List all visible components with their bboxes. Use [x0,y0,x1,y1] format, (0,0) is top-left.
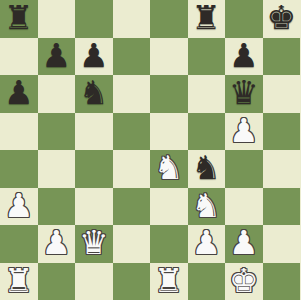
black-queen-piece[interactable]: ♛ [225,75,263,112]
black-king-piece[interactable]: ♚ [263,0,301,37]
square-g1[interactable]: ♚ [225,263,263,300]
black-pawn-piece[interactable]: ♟ [0,75,38,112]
square-b6[interactable] [38,75,76,113]
square-h6[interactable] [263,75,301,113]
square-g3[interactable] [225,188,263,226]
square-g4[interactable] [225,150,263,188]
square-f1[interactable] [188,263,226,300]
white-knight-piece[interactable]: ♞ [188,188,226,225]
white-rook-piece[interactable]: ♜ [0,263,38,300]
square-d1[interactable] [113,263,151,300]
black-rook-piece[interactable]: ♜ [0,0,38,37]
square-f8[interactable]: ♜ [188,0,226,38]
white-pawn-piece[interactable]: ♟ [38,225,76,262]
square-b8[interactable] [38,0,76,38]
square-d3[interactable] [113,188,151,226]
square-d8[interactable] [113,0,151,38]
square-b7[interactable]: ♟ [38,38,76,76]
white-knight-piece[interactable]: ♞ [150,150,188,187]
square-f2[interactable]: ♟ [188,225,226,263]
square-e6[interactable] [150,75,188,113]
white-rook-piece[interactable]: ♜ [150,263,188,300]
square-b3[interactable] [38,188,76,226]
square-d2[interactable] [113,225,151,263]
square-d4[interactable] [113,150,151,188]
black-knight-piece[interactable]: ♞ [188,150,226,187]
square-g8[interactable] [225,0,263,38]
chess-board: ♜♜♚♟♟♟♟♞♛♟♞♞♟♞♟♛♟♟♜♜♚ [0,0,300,300]
square-e5[interactable] [150,113,188,151]
square-c4[interactable] [75,150,113,188]
square-c3[interactable] [75,188,113,226]
square-b4[interactable] [38,150,76,188]
square-h7[interactable] [263,38,301,76]
square-e7[interactable] [150,38,188,76]
square-d6[interactable] [113,75,151,113]
square-e8[interactable] [150,0,188,38]
square-c8[interactable] [75,0,113,38]
square-g7[interactable]: ♟ [225,38,263,76]
white-queen-piece[interactable]: ♛ [75,225,113,262]
square-h4[interactable] [263,150,301,188]
square-e2[interactable] [150,225,188,263]
square-f3[interactable]: ♞ [188,188,226,226]
square-b1[interactable] [38,263,76,300]
square-a7[interactable] [0,38,38,76]
square-f5[interactable] [188,113,226,151]
square-b5[interactable] [38,113,76,151]
square-f6[interactable] [188,75,226,113]
square-a5[interactable] [0,113,38,151]
black-pawn-piece[interactable]: ♟ [38,38,76,75]
square-a4[interactable] [0,150,38,188]
square-a2[interactable] [0,225,38,263]
white-pawn-piece[interactable]: ♟ [225,225,263,262]
white-pawn-piece[interactable]: ♟ [225,113,263,150]
square-c7[interactable]: ♟ [75,38,113,76]
square-f7[interactable] [188,38,226,76]
square-a6[interactable]: ♟ [0,75,38,113]
black-pawn-piece[interactable]: ♟ [75,38,113,75]
square-e1[interactable]: ♜ [150,263,188,300]
square-a3[interactable]: ♟ [0,188,38,226]
square-h1[interactable] [263,263,301,300]
square-h5[interactable] [263,113,301,151]
square-h3[interactable] [263,188,301,226]
square-b2[interactable]: ♟ [38,225,76,263]
square-d5[interactable] [113,113,151,151]
square-c5[interactable] [75,113,113,151]
square-h2[interactable] [263,225,301,263]
square-d7[interactable] [113,38,151,76]
square-h8[interactable]: ♚ [263,0,301,38]
square-g5[interactable]: ♟ [225,113,263,151]
square-e4[interactable]: ♞ [150,150,188,188]
square-c1[interactable] [75,263,113,300]
square-f4[interactable]: ♞ [188,150,226,188]
white-king-piece[interactable]: ♚ [225,263,263,300]
square-g6[interactable]: ♛ [225,75,263,113]
black-rook-piece[interactable]: ♜ [188,0,226,37]
black-knight-piece[interactable]: ♞ [75,75,113,112]
black-pawn-piece[interactable]: ♟ [225,38,263,75]
square-g2[interactable]: ♟ [225,225,263,263]
square-c2[interactable]: ♛ [75,225,113,263]
white-pawn-piece[interactable]: ♟ [0,188,38,225]
square-a1[interactable]: ♜ [0,263,38,300]
white-pawn-piece[interactable]: ♟ [188,225,226,262]
square-c6[interactable]: ♞ [75,75,113,113]
square-a8[interactable]: ♜ [0,0,38,38]
square-e3[interactable] [150,188,188,226]
